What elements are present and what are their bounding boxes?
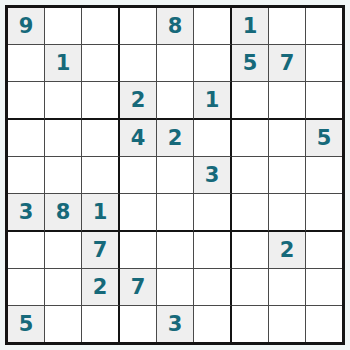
cell-r5c3[interactable] <box>82 157 120 194</box>
cell-r9c6[interactable] <box>194 306 232 342</box>
cell-r9c4[interactable] <box>120 306 157 342</box>
cell-r5c5[interactable] <box>157 157 194 194</box>
cell-r2c8[interactable]: 7 <box>269 45 306 82</box>
cell-r4c6[interactable] <box>194 120 232 157</box>
cell-r4c1[interactable] <box>8 120 45 157</box>
cell-r7c8[interactable]: 2 <box>269 232 306 269</box>
cell-r9c2[interactable] <box>45 306 82 342</box>
cell-r2c3[interactable] <box>82 45 120 82</box>
cell-r6c9[interactable] <box>306 194 342 232</box>
cell-r1c2[interactable] <box>45 8 82 45</box>
cell-r1c6[interactable] <box>194 8 232 45</box>
cell-r1c8[interactable] <box>269 8 306 45</box>
cell-r2c9[interactable] <box>306 45 342 82</box>
cell-r9c7[interactable] <box>232 306 269 342</box>
cell-r8c2[interactable] <box>45 269 82 306</box>
cell-r3c8[interactable] <box>269 82 306 120</box>
cell-r6c1[interactable]: 3 <box>8 194 45 232</box>
cell-r9c3[interactable] <box>82 306 120 342</box>
cell-r2c2[interactable]: 1 <box>45 45 82 82</box>
cell-r6c6[interactable] <box>194 194 232 232</box>
cell-r2c6[interactable] <box>194 45 232 82</box>
cell-r7c4[interactable] <box>120 232 157 269</box>
cell-r9c5[interactable]: 3 <box>157 306 194 342</box>
cell-r6c8[interactable] <box>269 194 306 232</box>
cell-r5c4[interactable] <box>120 157 157 194</box>
cell-r5c7[interactable] <box>232 157 269 194</box>
cell-r9c1[interactable]: 5 <box>8 306 45 342</box>
cell-r1c3[interactable] <box>82 8 120 45</box>
cell-r7c3[interactable]: 7 <box>82 232 120 269</box>
cell-r9c8[interactable] <box>269 306 306 342</box>
sudoku-board: 981157214253381722753 <box>5 5 345 345</box>
cell-r4c4[interactable]: 4 <box>120 120 157 157</box>
cell-r3c9[interactable] <box>306 82 342 120</box>
cell-r6c5[interactable] <box>157 194 194 232</box>
cell-r2c7[interactable]: 5 <box>232 45 269 82</box>
cell-r4c9[interactable]: 5 <box>306 120 342 157</box>
cell-r8c1[interactable] <box>8 269 45 306</box>
cell-r5c8[interactable] <box>269 157 306 194</box>
cell-r8c7[interactable] <box>232 269 269 306</box>
cell-r2c4[interactable] <box>120 45 157 82</box>
cell-r3c2[interactable] <box>45 82 82 120</box>
cell-r6c4[interactable] <box>120 194 157 232</box>
cell-r3c5[interactable] <box>157 82 194 120</box>
cell-r5c9[interactable] <box>306 157 342 194</box>
cell-r8c8[interactable] <box>269 269 306 306</box>
cell-r2c5[interactable] <box>157 45 194 82</box>
cell-r1c1[interactable]: 9 <box>8 8 45 45</box>
cell-r4c3[interactable] <box>82 120 120 157</box>
cell-r6c3[interactable]: 1 <box>82 194 120 232</box>
cell-r5c2[interactable] <box>45 157 82 194</box>
cell-r1c4[interactable] <box>120 8 157 45</box>
cell-r4c5[interactable]: 2 <box>157 120 194 157</box>
cell-r3c3[interactable] <box>82 82 120 120</box>
cell-r4c7[interactable] <box>232 120 269 157</box>
cell-r1c9[interactable] <box>306 8 342 45</box>
cell-r7c6[interactable] <box>194 232 232 269</box>
cell-r1c5[interactable]: 8 <box>157 8 194 45</box>
cell-r4c2[interactable] <box>45 120 82 157</box>
cell-r8c3[interactable]: 2 <box>82 269 120 306</box>
cell-r7c2[interactable] <box>45 232 82 269</box>
cell-r4c8[interactable] <box>269 120 306 157</box>
cell-r8c9[interactable] <box>306 269 342 306</box>
cell-r7c1[interactable] <box>8 232 45 269</box>
cell-r8c5[interactable] <box>157 269 194 306</box>
cell-r1c7[interactable]: 1 <box>232 8 269 45</box>
cell-r5c6[interactable]: 3 <box>194 157 232 194</box>
cell-r3c1[interactable] <box>8 82 45 120</box>
cell-r3c6[interactable]: 1 <box>194 82 232 120</box>
cell-r3c4[interactable]: 2 <box>120 82 157 120</box>
cell-r5c1[interactable] <box>8 157 45 194</box>
cell-r7c9[interactable] <box>306 232 342 269</box>
cell-r7c5[interactable] <box>157 232 194 269</box>
cell-r8c6[interactable] <box>194 269 232 306</box>
cell-r7c7[interactable] <box>232 232 269 269</box>
cell-r3c7[interactable] <box>232 82 269 120</box>
cell-r9c9[interactable] <box>306 306 342 342</box>
cell-r2c1[interactable] <box>8 45 45 82</box>
cell-r6c2[interactable]: 8 <box>45 194 82 232</box>
cell-r8c4[interactable]: 7 <box>120 269 157 306</box>
cell-r6c7[interactable] <box>232 194 269 232</box>
